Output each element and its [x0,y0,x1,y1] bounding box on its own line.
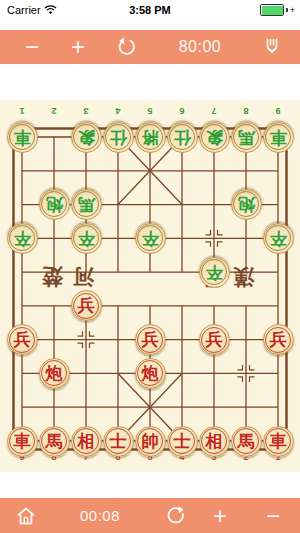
piece-glyph: 卒 [142,230,159,247]
piece-ring: 車 [9,124,35,150]
river-char: 河 [63,263,94,291]
clock-label: 3:58 PM [0,4,300,16]
piece-glyph: 炮 [238,196,255,213]
download-icon [261,36,283,58]
piece-ring: 象 [73,124,99,150]
bottom-toolbar: 00:08 + − [0,498,300,533]
charging-icon: + [290,6,295,15]
file-label-top-8: 8 [236,106,256,116]
piece-ring: 車 [265,124,291,150]
plus-icon: + [71,33,85,61]
piece-車-red[interactable]: 車 [7,426,38,457]
file-label-top-6: 6 [172,106,192,116]
piece-炮-black[interactable]: 炮 [39,189,70,220]
time-minus-button[interactable]: − [257,498,289,533]
piece-glyph: 將 [142,129,159,146]
file-label-top-3: 3 [76,106,96,116]
file-label-top-5: 5 [140,106,160,116]
minus-icon: − [266,502,280,530]
board-zoom-in-button[interactable]: + [62,30,94,64]
piece-炮-black[interactable]: 炮 [231,189,262,220]
plus-icon: + [213,502,227,530]
board-zoom-out-button[interactable]: − [16,30,48,64]
piece-glyph: 馬 [238,129,255,146]
piece-ring: 帥 [137,428,163,454]
river-char: 楚 [32,263,63,291]
piece-馬-black[interactable]: 馬 [71,189,102,220]
refresh-icon [166,505,188,527]
piece-glyph: 仕 [174,129,191,146]
piece-ring: 卒 [201,259,227,285]
piece-ring: 兵 [9,327,35,353]
piece-ring: 卒 [137,225,163,251]
piece-士-red[interactable]: 士 [103,426,134,457]
piece-ring: 相 [73,428,99,454]
piece-glyph: 車 [270,433,287,450]
piece-ring: 兵 [265,327,291,353]
file-label-top-1: 1 [12,106,32,116]
piece-士-red[interactable]: 士 [167,426,198,457]
piece-ring: 馬 [233,428,259,454]
piece-glyph: 兵 [206,331,223,348]
file-label-top-7: 7 [204,106,224,116]
refresh-button[interactable] [161,498,193,533]
home-button[interactable] [10,498,42,533]
piece-ring: 兵 [73,293,99,319]
piece-ring: 卒 [9,225,35,251]
piece-仕-black[interactable]: 仕 [167,122,198,153]
piece-ring: 車 [265,428,291,454]
piece-ring: 士 [169,428,195,454]
top-toolbar: − + 80:00 [0,30,300,64]
piece-相-red[interactable]: 相 [199,426,230,457]
piece-帥-red[interactable]: 帥 [135,426,166,457]
piece-兵-red[interactable]: 兵 [7,324,38,355]
piece-glyph: 帥 [142,433,159,450]
piece-glyph: 馬 [238,433,255,450]
piece-glyph: 士 [110,433,127,450]
piece-仕-black[interactable]: 仕 [103,122,134,153]
piece-glyph: 兵 [270,331,287,348]
xiangqi-board[interactable]: 123456789987654321 楚河 漢界 車象仕將仕象馬車炮馬炮卒卒卒卒… [0,100,300,472]
piece-兵-red[interactable]: 兵 [263,324,294,355]
undo-rotate-icon [115,36,137,58]
piece-ring: 卒 [265,225,291,251]
piece-馬-red[interactable]: 馬 [39,426,70,457]
top-timer-label: 80:00 [179,38,222,56]
piece-ring: 兵 [201,327,227,353]
piece-ring: 士 [105,428,131,454]
piece-glyph: 卒 [14,230,31,247]
piece-glyph: 相 [78,433,95,450]
file-label-top-2: 2 [44,106,64,116]
piece-卒-black[interactable]: 卒 [199,257,230,288]
piece-glyph: 車 [14,129,31,146]
piece-將-black[interactable]: 將 [135,122,166,153]
piece-glyph: 兵 [14,331,31,348]
piece-卒-black[interactable]: 卒 [263,223,294,254]
time-plus-button[interactable]: + [204,498,236,533]
piece-glyph: 車 [270,129,287,146]
piece-兵-red[interactable]: 兵 [199,324,230,355]
piece-glyph: 兵 [142,331,159,348]
piece-象-black[interactable]: 象 [71,122,102,153]
piece-ring: 車 [9,428,35,454]
piece-glyph: 卒 [206,264,223,281]
piece-車-red[interactable]: 車 [263,426,294,457]
piece-ring: 炮 [233,192,259,218]
piece-ring: 象 [201,124,227,150]
piece-馬-red[interactable]: 馬 [231,426,262,457]
piece-卒-black[interactable]: 卒 [71,223,102,254]
top-timer: 80:00 [170,30,230,64]
status-bar: Carrier 3:58 PM + [0,0,300,20]
piece-glyph: 兵 [78,297,95,314]
piece-glyph: 馬 [46,433,63,450]
piece-glyph: 相 [206,433,223,450]
piece-ring: 炮 [41,360,67,386]
piece-glyph: 炮 [46,365,63,382]
file-label-top-4: 4 [108,106,128,116]
piece-glyph: 馬 [78,196,95,213]
piece-glyph: 炮 [46,196,63,213]
piece-ring: 炮 [137,360,163,386]
bottom-timer: 00:08 [70,498,130,533]
piece-glyph: 炮 [142,365,159,382]
piece-兵-red[interactable]: 兵 [135,324,166,355]
download-button[interactable] [256,30,288,64]
bottom-timer-label: 00:08 [80,507,120,524]
piece-馬-black[interactable]: 馬 [231,122,262,153]
piece-ring: 馬 [73,192,99,218]
undo-button[interactable] [110,30,142,64]
piece-車-black[interactable]: 車 [263,122,294,153]
piece-ring: 仕 [105,124,131,150]
piece-ring: 馬 [41,428,67,454]
battery-cap [286,8,288,12]
piece-glyph: 象 [206,129,223,146]
piece-象-black[interactable]: 象 [199,122,230,153]
battery-icon [260,4,284,16]
piece-glyph: 卒 [270,230,287,247]
piece-ring: 仕 [169,124,195,150]
piece-glyph: 象 [78,129,95,146]
piece-ring: 相 [201,428,227,454]
piece-兵-red[interactable]: 兵 [71,290,102,321]
home-icon [15,505,37,527]
piece-glyph: 仕 [110,129,127,146]
piece-炮-red[interactable]: 炮 [135,358,166,389]
piece-ring: 炮 [41,192,67,218]
minus-icon: − [25,33,39,61]
piece-ring: 兵 [137,327,163,353]
piece-ring: 卒 [73,225,99,251]
piece-ring: 馬 [233,124,259,150]
piece-glyph: 士 [174,433,191,450]
piece-車-black[interactable]: 車 [7,122,38,153]
file-label-top-9: 9 [268,106,288,116]
piece-卒-black[interactable]: 卒 [7,223,38,254]
piece-卒-black[interactable]: 卒 [135,223,166,254]
piece-相-red[interactable]: 相 [71,426,102,457]
piece-glyph: 卒 [78,230,95,247]
piece-ring: 將 [137,124,163,150]
piece-炮-red[interactable]: 炮 [39,358,70,389]
piece-glyph: 車 [14,433,31,450]
river-label-chu-he: 楚河 [32,263,94,291]
